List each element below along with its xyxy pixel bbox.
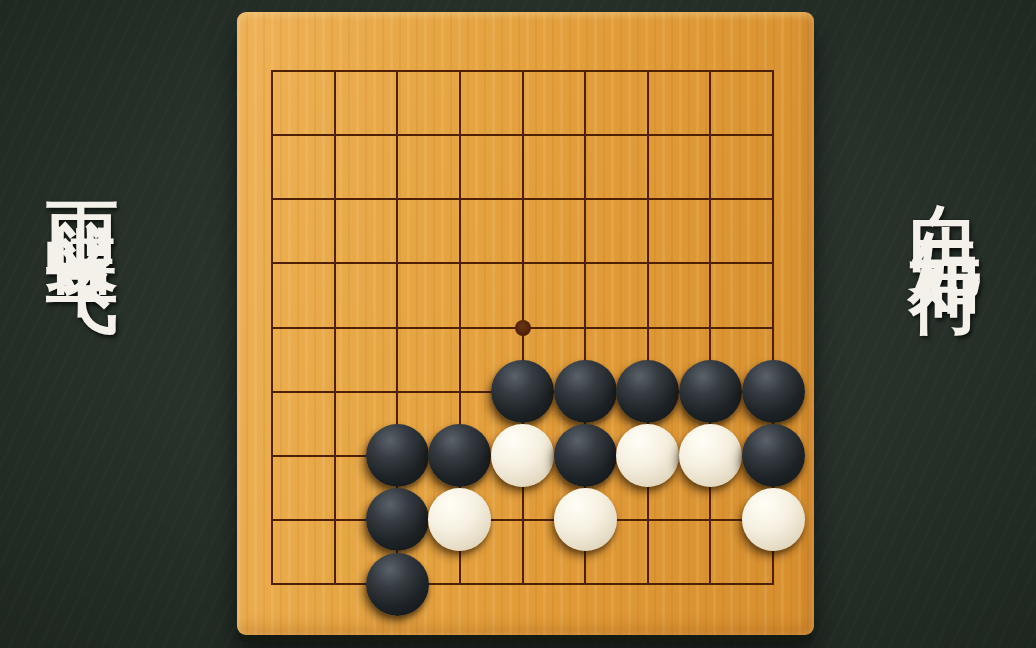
white-stone[interactable] — [616, 424, 679, 487]
white-stone[interactable] — [491, 424, 554, 487]
black-stone[interactable] — [616, 360, 679, 423]
black-stone[interactable] — [742, 360, 805, 423]
white-stone[interactable] — [428, 488, 491, 551]
black-stone[interactable] — [366, 488, 429, 551]
white-stone[interactable] — [742, 488, 805, 551]
black-stone[interactable] — [428, 424, 491, 487]
black-stone[interactable] — [679, 360, 742, 423]
black-stone[interactable] — [554, 424, 617, 487]
white-stone[interactable] — [679, 424, 742, 487]
black-stone[interactable] — [491, 360, 554, 423]
go-board[interactable] — [237, 12, 814, 635]
black-stone[interactable] — [742, 424, 805, 487]
scene-background: 雨蝶单飞 白先如何 — [0, 0, 1036, 648]
black-stone[interactable] — [554, 360, 617, 423]
black-stone[interactable] — [366, 553, 429, 616]
white-stone[interactable] — [554, 488, 617, 551]
stones-layer — [241, 39, 805, 616]
black-stone[interactable] — [366, 424, 429, 487]
left-caption-text: 雨蝶单飞 — [47, 146, 119, 230]
right-caption-text: 白先如何 — [910, 146, 982, 230]
